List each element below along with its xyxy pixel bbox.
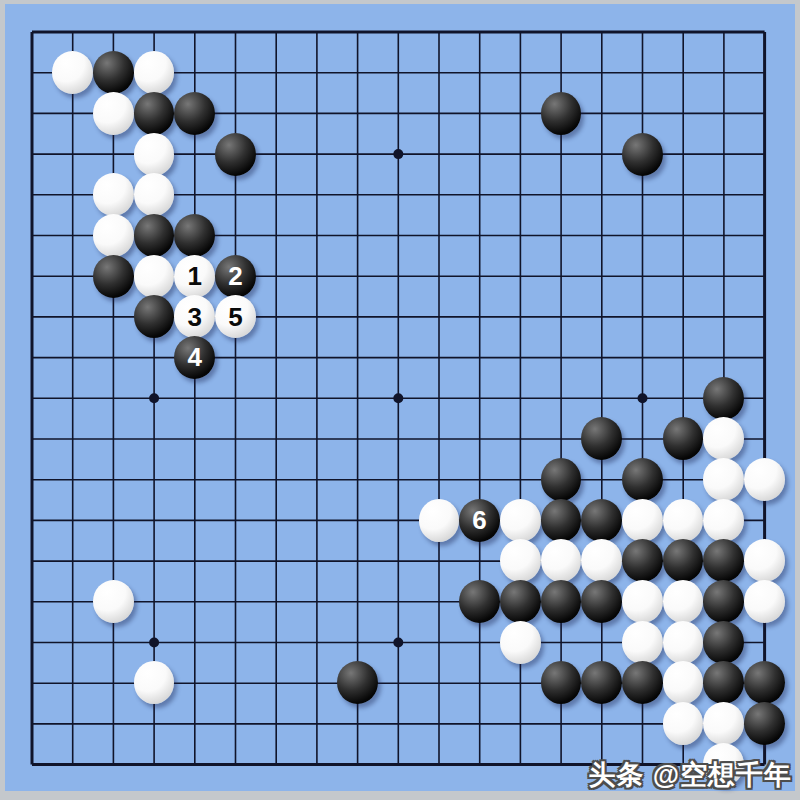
intersection (378, 52, 419, 93)
intersection (744, 581, 785, 622)
intersection (459, 12, 500, 53)
black-stone: 2 (215, 255, 256, 298)
intersection (744, 215, 785, 256)
white-stone (622, 499, 663, 542)
intersection (500, 744, 541, 785)
intersection (378, 459, 419, 500)
intersection (296, 541, 337, 582)
intersection (663, 215, 704, 256)
intersection (541, 296, 582, 337)
intersection: 1 (174, 256, 215, 297)
intersection (52, 744, 93, 785)
intersection (703, 541, 744, 582)
black-stone (703, 377, 744, 420)
intersection (581, 256, 622, 297)
intersection (378, 663, 419, 704)
white-stone (663, 621, 704, 664)
black-stone (703, 621, 744, 664)
intersection (541, 541, 582, 582)
intersection (215, 744, 256, 785)
intersection (378, 215, 419, 256)
intersection: 3 (174, 296, 215, 337)
intersection (174, 459, 215, 500)
intersection (337, 256, 378, 297)
intersection (337, 296, 378, 337)
intersection (296, 622, 337, 663)
intersection (622, 174, 663, 215)
intersection (134, 581, 175, 622)
intersection (622, 337, 663, 378)
black-stone (541, 92, 582, 135)
intersection (174, 378, 215, 419)
intersection (296, 337, 337, 378)
intersection (500, 296, 541, 337)
intersection (134, 215, 175, 256)
intersection (134, 703, 175, 744)
intersection (296, 93, 337, 134)
white-stone (93, 580, 134, 623)
intersection (93, 256, 134, 297)
intersection (703, 12, 744, 53)
white-stone (581, 539, 622, 582)
intersection (12, 256, 53, 297)
white-stone (622, 580, 663, 623)
intersection (622, 703, 663, 744)
intersection (134, 52, 175, 93)
white-stone (541, 539, 582, 582)
intersection (622, 459, 663, 500)
intersection (663, 12, 704, 53)
intersection (500, 215, 541, 256)
intersection (622, 622, 663, 663)
black-stone (703, 661, 744, 704)
white-stone (744, 539, 785, 582)
black-stone (663, 417, 704, 460)
intersection (459, 663, 500, 704)
intersection (52, 93, 93, 134)
intersection (419, 12, 460, 53)
intersection (256, 256, 297, 297)
intersection (622, 12, 663, 53)
intersection (93, 296, 134, 337)
black-stone (622, 133, 663, 176)
black-stone (581, 417, 622, 460)
intersection (500, 703, 541, 744)
black-stone (337, 661, 378, 704)
intersection (744, 703, 785, 744)
intersection (134, 93, 175, 134)
intersection (500, 581, 541, 622)
intersection (337, 215, 378, 256)
intersection (541, 256, 582, 297)
intersection (663, 541, 704, 582)
intersection (663, 296, 704, 337)
white-stone (703, 702, 744, 745)
intersection (703, 581, 744, 622)
intersection (52, 134, 93, 175)
intersection (174, 703, 215, 744)
white-stone (134, 51, 175, 94)
intersection (296, 256, 337, 297)
intersection (703, 703, 744, 744)
intersection (256, 419, 297, 460)
intersection (663, 134, 704, 175)
intersection (703, 296, 744, 337)
intersection (215, 134, 256, 175)
intersection (337, 12, 378, 53)
intersection (541, 174, 582, 215)
intersection (12, 134, 53, 175)
intersection (256, 500, 297, 541)
white-stone (500, 621, 541, 664)
intersection (296, 215, 337, 256)
intersection (419, 541, 460, 582)
intersection (581, 459, 622, 500)
intersection (52, 378, 93, 419)
intersection (93, 174, 134, 215)
black-stone (581, 580, 622, 623)
intersection (337, 337, 378, 378)
intersection (541, 744, 582, 785)
intersection (744, 541, 785, 582)
intersection (581, 174, 622, 215)
intersection (174, 134, 215, 175)
intersection (663, 419, 704, 460)
intersection (52, 174, 93, 215)
intersection (256, 337, 297, 378)
intersection (744, 500, 785, 541)
black-stone (134, 92, 175, 135)
intersection (12, 663, 53, 704)
white-stone (622, 621, 663, 664)
white-stone: 5 (215, 295, 256, 338)
intersection (296, 296, 337, 337)
intersection (215, 52, 256, 93)
intersection: 2 (215, 256, 256, 297)
intersection (622, 296, 663, 337)
intersection (134, 174, 175, 215)
intersection (459, 744, 500, 785)
black-stone (215, 133, 256, 176)
intersection (703, 174, 744, 215)
intersection (703, 215, 744, 256)
intersection (744, 52, 785, 93)
intersection (541, 378, 582, 419)
intersection (703, 419, 744, 460)
white-stone (500, 539, 541, 582)
white-stone (134, 255, 175, 298)
intersection (12, 541, 53, 582)
intersection (419, 459, 460, 500)
intersection (52, 541, 93, 582)
intersection (500, 541, 541, 582)
intersection (663, 93, 704, 134)
intersection (337, 744, 378, 785)
black-stone (581, 661, 622, 704)
intersection (622, 52, 663, 93)
intersection (459, 419, 500, 460)
white-stone (134, 661, 175, 704)
intersection (459, 622, 500, 663)
intersection: 5 (215, 296, 256, 337)
intersection (378, 419, 419, 460)
intersection (256, 703, 297, 744)
intersection (419, 378, 460, 419)
intersection (663, 663, 704, 704)
black-stone (541, 580, 582, 623)
intersection (93, 419, 134, 460)
intersection (703, 337, 744, 378)
intersection (378, 500, 419, 541)
intersection (703, 378, 744, 419)
intersection (703, 500, 744, 541)
intersection (378, 93, 419, 134)
intersection (215, 500, 256, 541)
intersection (581, 622, 622, 663)
intersection (215, 581, 256, 622)
intersection (419, 215, 460, 256)
intersection (337, 419, 378, 460)
intersection (337, 378, 378, 419)
black-stone (744, 661, 785, 704)
move-number: 5 (228, 304, 242, 330)
intersection (215, 337, 256, 378)
intersection (378, 622, 419, 663)
intersection (378, 174, 419, 215)
intersection (378, 541, 419, 582)
intersection (541, 703, 582, 744)
intersection (581, 663, 622, 704)
intersection (52, 296, 93, 337)
intersection (744, 663, 785, 704)
white-stone (93, 214, 134, 257)
intersection (744, 93, 785, 134)
intersection (744, 256, 785, 297)
black-stone (622, 661, 663, 704)
intersection (663, 174, 704, 215)
intersection (459, 215, 500, 256)
intersection (12, 215, 53, 256)
move-number: 4 (188, 344, 202, 370)
white-stone (93, 173, 134, 216)
intersection (256, 215, 297, 256)
intersection (622, 256, 663, 297)
intersection (296, 744, 337, 785)
intersection (296, 500, 337, 541)
intersection (134, 663, 175, 704)
intersection (215, 378, 256, 419)
intersection (581, 12, 622, 53)
intersection (174, 215, 215, 256)
intersection (52, 459, 93, 500)
intersection (419, 174, 460, 215)
intersection (744, 337, 785, 378)
black-stone (581, 499, 622, 542)
intersection (541, 337, 582, 378)
intersection (337, 52, 378, 93)
intersection (93, 541, 134, 582)
intersection (256, 541, 297, 582)
white-stone (419, 499, 460, 542)
intersection (419, 256, 460, 297)
black-stone (744, 702, 785, 745)
intersection (134, 12, 175, 53)
intersection (500, 419, 541, 460)
intersection (134, 500, 175, 541)
intersection (93, 52, 134, 93)
intersection (419, 622, 460, 663)
intersection (581, 581, 622, 622)
black-stone (541, 499, 582, 542)
intersection (256, 378, 297, 419)
intersection (337, 500, 378, 541)
intersection (337, 459, 378, 500)
black-stone (622, 539, 663, 582)
intersection (581, 215, 622, 256)
intersection (744, 419, 785, 460)
intersection (419, 134, 460, 175)
intersection (52, 500, 93, 541)
intersection (93, 703, 134, 744)
intersection (459, 703, 500, 744)
intersection (419, 581, 460, 622)
intersection (419, 337, 460, 378)
intersection (622, 378, 663, 419)
intersection (541, 500, 582, 541)
intersection (337, 703, 378, 744)
black-stone: 6 (459, 499, 500, 542)
intersection (134, 134, 175, 175)
intersection (419, 500, 460, 541)
intersection (663, 459, 704, 500)
intersection (500, 134, 541, 175)
black-stone (174, 92, 215, 135)
intersection (215, 541, 256, 582)
intersection (256, 52, 297, 93)
intersection (378, 296, 419, 337)
intersection (541, 134, 582, 175)
intersection (12, 500, 53, 541)
intersection (256, 134, 297, 175)
intersection (378, 744, 419, 785)
intersection (703, 256, 744, 297)
intersection (541, 52, 582, 93)
white-stone (703, 458, 744, 501)
intersection (663, 337, 704, 378)
white-stone (663, 661, 704, 704)
intersection (12, 581, 53, 622)
intersection (134, 622, 175, 663)
white-stone: 1 (174, 255, 215, 298)
intersection (93, 744, 134, 785)
intersection (215, 703, 256, 744)
intersection (134, 459, 175, 500)
intersection (744, 296, 785, 337)
black-stone: 4 (174, 336, 215, 379)
intersection (93, 378, 134, 419)
intersection (581, 703, 622, 744)
intersection (134, 378, 175, 419)
intersection (296, 174, 337, 215)
intersection (459, 337, 500, 378)
intersection (12, 622, 53, 663)
intersection (337, 663, 378, 704)
intersection (622, 663, 663, 704)
intersection (93, 663, 134, 704)
intersection (52, 581, 93, 622)
intersection (663, 256, 704, 297)
intersection (419, 52, 460, 93)
intersection (174, 500, 215, 541)
intersection (419, 296, 460, 337)
intersection (134, 541, 175, 582)
intersection (500, 378, 541, 419)
intersection (337, 93, 378, 134)
intersection (215, 174, 256, 215)
intersection (581, 541, 622, 582)
move-number: 1 (188, 263, 202, 289)
intersection (256, 174, 297, 215)
intersection (215, 12, 256, 53)
intersection (12, 52, 53, 93)
intersection (663, 378, 704, 419)
intersection (296, 134, 337, 175)
intersection (93, 93, 134, 134)
intersection (93, 581, 134, 622)
intersection (52, 337, 93, 378)
intersection (337, 622, 378, 663)
intersection (622, 541, 663, 582)
intersection (500, 622, 541, 663)
intersection (215, 663, 256, 704)
intersection (703, 134, 744, 175)
intersection (134, 296, 175, 337)
intersection (541, 215, 582, 256)
white-stone (744, 458, 785, 501)
white-stone (500, 499, 541, 542)
white-stone: 3 (174, 295, 215, 338)
black-stone (134, 295, 175, 338)
intersection (337, 541, 378, 582)
intersection (622, 419, 663, 460)
intersection (174, 541, 215, 582)
intersection (541, 663, 582, 704)
intersection (541, 419, 582, 460)
white-stone (93, 92, 134, 135)
intersection (174, 174, 215, 215)
intersection (744, 12, 785, 53)
intersection (93, 622, 134, 663)
intersection (581, 337, 622, 378)
intersection (703, 459, 744, 500)
white-stone (703, 417, 744, 460)
intersection (581, 419, 622, 460)
intersection (378, 581, 419, 622)
move-number: 3 (188, 304, 202, 330)
white-stone (663, 580, 704, 623)
intersection (296, 581, 337, 622)
intersection (256, 459, 297, 500)
intersection (581, 296, 622, 337)
intersection (500, 256, 541, 297)
intersection (93, 134, 134, 175)
intersection (541, 622, 582, 663)
intersection (296, 663, 337, 704)
intersection (12, 174, 53, 215)
intersection (703, 93, 744, 134)
intersection (296, 12, 337, 53)
intersection (93, 337, 134, 378)
